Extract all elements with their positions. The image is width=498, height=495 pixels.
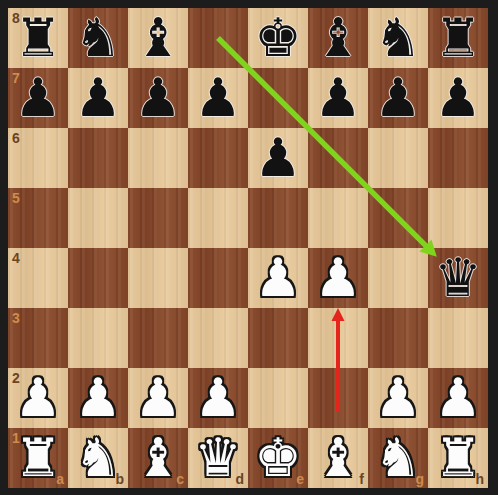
square-d3[interactable]: [188, 308, 248, 368]
square-h7[interactable]: ♟: [428, 68, 488, 128]
square-h3[interactable]: [428, 308, 488, 368]
square-c1[interactable]: c♝: [128, 428, 188, 488]
square-f1[interactable]: f♝: [308, 428, 368, 488]
white-king[interactable]: ♚: [248, 428, 308, 488]
square-b3[interactable]: [68, 308, 128, 368]
square-f4[interactable]: ♟: [308, 248, 368, 308]
square-c2[interactable]: ♟: [128, 368, 188, 428]
black-bishop[interactable]: ♝: [308, 8, 368, 68]
square-h2[interactable]: ♟: [428, 368, 488, 428]
square-e3[interactable]: [248, 308, 308, 368]
white-pawn[interactable]: ♟: [428, 368, 488, 428]
black-rook[interactable]: ♜: [428, 8, 488, 68]
square-d8[interactable]: [188, 8, 248, 68]
square-a1[interactable]: 1a♜: [8, 428, 68, 488]
white-pawn[interactable]: ♟: [128, 368, 188, 428]
rank-label-6: 6: [12, 131, 20, 145]
square-d4[interactable]: [188, 248, 248, 308]
square-g3[interactable]: [368, 308, 428, 368]
square-g1[interactable]: g♞: [368, 428, 428, 488]
square-a3[interactable]: 3: [8, 308, 68, 368]
white-queen[interactable]: ♛: [188, 428, 248, 488]
square-d6[interactable]: [188, 128, 248, 188]
black-pawn[interactable]: ♟: [308, 68, 368, 128]
square-f5[interactable]: [308, 188, 368, 248]
black-pawn[interactable]: ♟: [248, 128, 308, 188]
black-pawn[interactable]: ♟: [128, 68, 188, 128]
square-e1[interactable]: e♚: [248, 428, 308, 488]
square-d7[interactable]: ♟: [188, 68, 248, 128]
square-f6[interactable]: [308, 128, 368, 188]
square-g2[interactable]: ♟: [368, 368, 428, 428]
white-bishop[interactable]: ♝: [128, 428, 188, 488]
square-b1[interactable]: b♞: [68, 428, 128, 488]
rank-label-4: 4: [12, 251, 20, 265]
square-c3[interactable]: [128, 308, 188, 368]
square-f7[interactable]: ♟: [308, 68, 368, 128]
square-e6[interactable]: ♟: [248, 128, 308, 188]
square-g4[interactable]: [368, 248, 428, 308]
square-f8[interactable]: ♝: [308, 8, 368, 68]
square-d5[interactable]: [188, 188, 248, 248]
square-e7[interactable]: [248, 68, 308, 128]
square-a8[interactable]: 8♜: [8, 8, 68, 68]
black-pawn[interactable]: ♟: [368, 68, 428, 128]
square-c5[interactable]: [128, 188, 188, 248]
black-pawn[interactable]: ♟: [188, 68, 248, 128]
square-c6[interactable]: [128, 128, 188, 188]
square-e5[interactable]: [248, 188, 308, 248]
square-f3[interactable]: [308, 308, 368, 368]
white-rook[interactable]: ♜: [428, 428, 488, 488]
black-rook[interactable]: ♜: [8, 8, 68, 68]
square-c8[interactable]: ♝: [128, 8, 188, 68]
square-e4[interactable]: ♟: [248, 248, 308, 308]
square-c7[interactable]: ♟: [128, 68, 188, 128]
black-bishop[interactable]: ♝: [128, 8, 188, 68]
square-h8[interactable]: ♜: [428, 8, 488, 68]
square-a6[interactable]: 6: [8, 128, 68, 188]
square-a2[interactable]: 2♟: [8, 368, 68, 428]
square-b5[interactable]: [68, 188, 128, 248]
square-h4[interactable]: ♛: [428, 248, 488, 308]
board-frame: 8♜♞♝♚♝♞♜7♟♟♟♟♟♟♟6♟54♟♟♛32♟♟♟♟♟♟1a♜b♞c♝d♛…: [0, 0, 498, 495]
black-knight[interactable]: ♞: [368, 8, 428, 68]
square-a5[interactable]: 5: [8, 188, 68, 248]
white-knight[interactable]: ♞: [368, 428, 428, 488]
square-e2[interactable]: [248, 368, 308, 428]
white-pawn[interactable]: ♟: [68, 368, 128, 428]
black-pawn[interactable]: ♟: [68, 68, 128, 128]
square-b7[interactable]: ♟: [68, 68, 128, 128]
black-queen[interactable]: ♛: [428, 248, 488, 308]
black-pawn[interactable]: ♟: [8, 68, 68, 128]
white-pawn[interactable]: ♟: [248, 248, 308, 308]
square-f2[interactable]: [308, 368, 368, 428]
square-h1[interactable]: h♜: [428, 428, 488, 488]
chess-board: 8♜♞♝♚♝♞♜7♟♟♟♟♟♟♟6♟54♟♟♛32♟♟♟♟♟♟1a♜b♞c♝d♛…: [8, 8, 488, 488]
square-g7[interactable]: ♟: [368, 68, 428, 128]
rank-label-5: 5: [12, 191, 20, 205]
square-b2[interactable]: ♟: [68, 368, 128, 428]
white-rook[interactable]: ♜: [8, 428, 68, 488]
black-pawn[interactable]: ♟: [428, 68, 488, 128]
square-b4[interactable]: [68, 248, 128, 308]
square-d2[interactable]: ♟: [188, 368, 248, 428]
square-c4[interactable]: [128, 248, 188, 308]
white-knight[interactable]: ♞: [68, 428, 128, 488]
white-bishop[interactable]: ♝: [308, 428, 368, 488]
rank-label-3: 3: [12, 311, 20, 325]
white-pawn[interactable]: ♟: [8, 368, 68, 428]
white-pawn[interactable]: ♟: [308, 248, 368, 308]
square-g5[interactable]: [368, 188, 428, 248]
white-pawn[interactable]: ♟: [368, 368, 428, 428]
square-h6[interactable]: [428, 128, 488, 188]
square-g6[interactable]: [368, 128, 428, 188]
square-d1[interactable]: d♛: [188, 428, 248, 488]
square-a7[interactable]: 7♟: [8, 68, 68, 128]
square-b6[interactable]: [68, 128, 128, 188]
square-g8[interactable]: ♞: [368, 8, 428, 68]
black-knight[interactable]: ♞: [68, 8, 128, 68]
square-h5[interactable]: [428, 188, 488, 248]
square-e8[interactable]: ♚: [248, 8, 308, 68]
white-pawn[interactable]: ♟: [188, 368, 248, 428]
square-a4[interactable]: 4: [8, 248, 68, 308]
black-king[interactable]: ♚: [248, 8, 308, 68]
square-b8[interactable]: ♞: [68, 8, 128, 68]
